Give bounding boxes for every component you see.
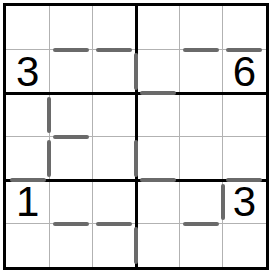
cell-r3c2[interactable] — [49, 93, 92, 137]
cell-r6c3[interactable] — [93, 224, 136, 268]
cell-r2c1: 3 — [6, 50, 49, 94]
cell-r3c1[interactable] — [6, 93, 49, 137]
cell-r5c1: 1 — [6, 180, 49, 224]
consecutive-mark-h-r2c4 — [140, 91, 176, 95]
cell-r3c3[interactable] — [93, 93, 136, 137]
cell-r4c5[interactable] — [179, 137, 222, 181]
consecutive-mark-h-r1c3 — [96, 48, 132, 52]
cell-r1c4[interactable] — [136, 6, 179, 50]
consecutive-mark-h-r5c2 — [53, 222, 89, 226]
cell-r6c5[interactable] — [179, 224, 222, 268]
sudoku-board: 3613 — [3, 3, 269, 270]
cell-r6c2[interactable] — [49, 224, 92, 268]
cell-r5c5[interactable] — [179, 180, 222, 224]
consecutive-mark-h-r1c2 — [53, 48, 89, 52]
cell-r5c2[interactable] — [49, 180, 92, 224]
cell-r1c3[interactable] — [93, 6, 136, 50]
cell-r3c6[interactable] — [223, 93, 266, 137]
consecutive-mark-v-r4c3 — [134, 140, 138, 177]
cell-r6c6[interactable] — [223, 224, 266, 268]
puzzle-page: 3613 — [0, 0, 273, 275]
box-border-h-2 — [6, 92, 266, 95]
cell-r2c5[interactable] — [179, 50, 222, 94]
consecutive-mark-h-r5c5 — [183, 222, 219, 226]
cell-r4c2[interactable] — [49, 137, 92, 181]
cell-r4c1[interactable] — [6, 137, 49, 181]
consecutive-mark-h-r4c4 — [140, 178, 176, 182]
consecutive-mark-v-r2c3 — [134, 53, 138, 90]
cell-r3c5[interactable] — [179, 93, 222, 137]
cell-r1c5[interactable] — [179, 6, 222, 50]
cell-r3c4[interactable] — [136, 93, 179, 137]
consecutive-mark-h-r1c5 — [183, 48, 219, 52]
consecutive-mark-v-r6c3 — [134, 227, 138, 264]
consecutive-mark-h-r3c2 — [53, 135, 89, 139]
cell-r5c6: 3 — [223, 180, 266, 224]
cell-r2c2[interactable] — [49, 50, 92, 94]
cell-r1c1[interactable] — [6, 6, 49, 50]
cell-r4c4[interactable] — [136, 137, 179, 181]
consecutive-mark-h-r4c6 — [226, 178, 262, 182]
cell-r5c3[interactable] — [93, 180, 136, 224]
cell-r4c3[interactable] — [93, 137, 136, 181]
cell-r6c4[interactable] — [136, 224, 179, 268]
consecutive-mark-v-r4c1 — [47, 140, 51, 177]
cell-r1c2[interactable] — [49, 6, 92, 50]
consecutive-mark-v-r3c1 — [47, 97, 51, 134]
cell-r6c1[interactable] — [6, 224, 49, 268]
cell-r2c3[interactable] — [93, 50, 136, 94]
cell-r4c6[interactable] — [223, 137, 266, 181]
cell-r2c6: 6 — [223, 50, 266, 94]
cell-r2c4[interactable] — [136, 50, 179, 94]
cell-r1c6[interactable] — [223, 6, 266, 50]
consecutive-mark-h-r4c1 — [10, 178, 46, 182]
consecutive-mark-h-r5c3 — [96, 222, 132, 226]
cell-r5c4[interactable] — [136, 180, 179, 224]
consecutive-mark-h-r1c6 — [226, 48, 262, 52]
consecutive-mark-v-r5c5 — [221, 184, 225, 221]
